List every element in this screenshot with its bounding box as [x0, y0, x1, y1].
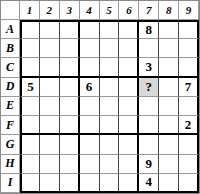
cell-H9	[179, 155, 199, 174]
cell-A3	[60, 20, 80, 39]
cell-H5	[100, 155, 120, 174]
cell-C2	[40, 58, 60, 77]
cell-A6	[119, 20, 139, 39]
cell-E9	[179, 97, 199, 116]
cell-D7: ?	[139, 78, 159, 97]
cell-E8	[159, 97, 179, 116]
cell-G8	[159, 135, 179, 154]
cell-H3	[60, 155, 80, 174]
cell-B9	[179, 39, 199, 58]
cell-F6	[119, 116, 139, 135]
cell-I8	[159, 174, 179, 193]
column-label-8: 8	[159, 1, 179, 20]
cell-A8	[159, 20, 179, 39]
cell-D6	[119, 78, 139, 97]
cell-F1	[20, 116, 40, 135]
cell-H2	[40, 155, 60, 174]
cell-F4	[80, 116, 100, 135]
row-label-G: G	[1, 135, 20, 154]
cell-I3	[60, 174, 80, 193]
cell-D8	[159, 78, 179, 97]
cell-C9	[179, 58, 199, 77]
cell-E6	[119, 97, 139, 116]
column-label-1: 1	[20, 1, 40, 20]
cell-I9	[179, 174, 199, 193]
cell-C5	[100, 58, 120, 77]
cell-D9: 7	[179, 78, 199, 97]
row-label-I: I	[1, 174, 20, 193]
cell-B3	[60, 39, 80, 58]
sudoku-diagram: 123456789A8BC3D56?7EF2GH9I4	[0, 0, 200, 194]
column-label-9: 9	[179, 1, 199, 20]
cell-D3	[60, 78, 80, 97]
cell-G9	[179, 135, 199, 154]
cell-H7: 9	[139, 155, 159, 174]
cell-C7: 3	[139, 58, 159, 77]
cell-F7	[139, 116, 159, 135]
cell-F2	[40, 116, 60, 135]
row-label-A: A	[1, 20, 20, 39]
cell-I7: 4	[139, 174, 159, 193]
cell-A7: 8	[139, 20, 159, 39]
sudoku-board: 123456789A8BC3D56?7EF2GH9I4	[0, 0, 200, 194]
cell-B1	[20, 39, 40, 58]
cell-C3	[60, 58, 80, 77]
cell-B2	[40, 39, 60, 58]
cell-F8	[159, 116, 179, 135]
row-label-B: B	[1, 39, 20, 58]
cell-F3	[60, 116, 80, 135]
cell-B8	[159, 39, 179, 58]
cell-A9	[179, 20, 199, 39]
row-label-D: D	[1, 78, 20, 97]
cell-C8	[159, 58, 179, 77]
cell-I6	[119, 174, 139, 193]
cell-B6	[119, 39, 139, 58]
cell-C4	[80, 58, 100, 77]
cell-G4	[80, 135, 100, 154]
cell-I1	[20, 174, 40, 193]
column-label-2: 2	[40, 1, 60, 20]
column-label-4: 4	[80, 1, 100, 20]
column-label-6: 6	[119, 1, 139, 20]
cell-H1	[20, 155, 40, 174]
cell-H8	[159, 155, 179, 174]
cell-I2	[40, 174, 60, 193]
cell-G5	[100, 135, 120, 154]
row-label-F: F	[1, 116, 20, 135]
cell-G3	[60, 135, 80, 154]
cell-I4	[80, 174, 100, 193]
cell-F9: 2	[179, 116, 199, 135]
cell-D4: 6	[80, 78, 100, 97]
cell-C1	[20, 58, 40, 77]
column-label-7: 7	[139, 1, 159, 20]
cell-D2	[40, 78, 60, 97]
cell-A2	[40, 20, 60, 39]
cell-B7	[139, 39, 159, 58]
cell-E7	[139, 97, 159, 116]
cell-F5	[100, 116, 120, 135]
cell-E4	[80, 97, 100, 116]
cell-E3	[60, 97, 80, 116]
cell-E5	[100, 97, 120, 116]
corner-cell	[1, 1, 20, 20]
cell-A5	[100, 20, 120, 39]
cell-E1	[20, 97, 40, 116]
cell-B4	[80, 39, 100, 58]
cell-H4	[80, 155, 100, 174]
column-label-5: 5	[100, 1, 120, 20]
cell-A4	[80, 20, 100, 39]
row-label-H: H	[1, 155, 20, 174]
cell-D5	[100, 78, 120, 97]
cell-I5	[100, 174, 120, 193]
cell-H6	[119, 155, 139, 174]
cell-D1: 5	[20, 78, 40, 97]
cell-E2	[40, 97, 60, 116]
cell-C6	[119, 58, 139, 77]
cell-B5	[100, 39, 120, 58]
row-label-C: C	[1, 58, 20, 77]
cell-G6	[119, 135, 139, 154]
column-label-3: 3	[60, 1, 80, 20]
cell-G2	[40, 135, 60, 154]
cell-G1	[20, 135, 40, 154]
cell-A1	[20, 20, 40, 39]
cell-G7	[139, 135, 159, 154]
row-label-E: E	[1, 97, 20, 116]
